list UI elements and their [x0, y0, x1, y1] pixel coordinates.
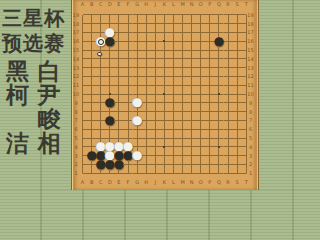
- board-cell-J14[interactable]: [151, 54, 160, 63]
- board-cell-M14[interactable]: [178, 54, 187, 63]
- board-cell-J15[interactable]: [151, 46, 160, 55]
- board-cell-G12[interactable]: [133, 72, 142, 81]
- board-cell-S10[interactable]: [233, 90, 242, 99]
- board-cell-P8[interactable]: [205, 107, 214, 116]
- board-cell-C2[interactable]: ●: [96, 160, 105, 169]
- board-cell-K5[interactable]: [160, 134, 169, 143]
- board-cell-Q19[interactable]: [214, 11, 223, 20]
- board-cell-N10[interactable]: [187, 90, 196, 99]
- board-cell-K7[interactable]: [160, 116, 169, 125]
- board-cell-J1[interactable]: [151, 169, 160, 178]
- board-cell-H3[interactable]: [142, 151, 151, 160]
- board-cell-R19[interactable]: [224, 11, 233, 20]
- board-cell-C10[interactable]: [96, 90, 105, 99]
- board-cell-O10[interactable]: [196, 90, 205, 99]
- board-cell-C9[interactable]: [96, 98, 105, 107]
- board-cell-F14[interactable]: [123, 54, 132, 63]
- board-cell-A12[interactable]: [78, 72, 87, 81]
- board-cell-C8[interactable]: [96, 107, 105, 116]
- board-cell-E1[interactable]: [114, 169, 123, 178]
- board-cell-A9[interactable]: [78, 98, 87, 107]
- board-cell-P16[interactable]: [205, 37, 214, 46]
- board-cell-O4[interactable]: [196, 142, 205, 151]
- board-cell-F8[interactable]: [123, 107, 132, 116]
- board-cell-Q4[interactable]: [214, 142, 223, 151]
- board-cell-P9[interactable]: [205, 98, 214, 107]
- board-cell-Q16[interactable]: ●: [214, 37, 223, 46]
- board-cell-T16[interactable]: [242, 37, 251, 46]
- board-cell-A15[interactable]: [78, 46, 87, 55]
- board-cell-N14[interactable]: [187, 54, 196, 63]
- board-cell-A7[interactable]: [78, 116, 87, 125]
- board-cell-B4[interactable]: [87, 142, 96, 151]
- board-cell-A19[interactable]: [78, 11, 87, 20]
- board-cell-M3[interactable]: [178, 151, 187, 160]
- board-cell-A13[interactable]: [78, 63, 87, 72]
- board-cell-P18[interactable]: [205, 19, 214, 28]
- board-cell-R12[interactable]: [224, 72, 233, 81]
- board-cell-L8[interactable]: [169, 107, 178, 116]
- board-cell-E3[interactable]: ●: [114, 151, 123, 160]
- board-cell-M16[interactable]: [178, 37, 187, 46]
- board-cell-H7[interactable]: [142, 116, 151, 125]
- board-cell-J19[interactable]: [151, 11, 160, 20]
- board-cell-D3[interactable]: ●: [105, 151, 114, 160]
- board-cell-O3[interactable]: [196, 151, 205, 160]
- board-cell-M19[interactable]: [178, 11, 187, 20]
- board-cell-Q15[interactable]: [214, 46, 223, 55]
- board-cell-P5[interactable]: [205, 134, 214, 143]
- board-cell-O6[interactable]: [196, 125, 205, 134]
- board-cell-F13[interactable]: [123, 63, 132, 72]
- board-cell-A2[interactable]: [78, 160, 87, 169]
- board-cell-Q10[interactable]: [214, 90, 223, 99]
- board-cell-C19[interactable]: [96, 11, 105, 20]
- board-cell-S9[interactable]: [233, 98, 242, 107]
- board-cell-R10[interactable]: [224, 90, 233, 99]
- board-cell-K15[interactable]: [160, 46, 169, 55]
- board-cell-B6[interactable]: [87, 125, 96, 134]
- board-cell-A18[interactable]: [78, 19, 87, 28]
- board-cell-Q6[interactable]: [214, 125, 223, 134]
- board-cell-Q2[interactable]: [214, 160, 223, 169]
- board-cell-H11[interactable]: [142, 81, 151, 90]
- board-cell-F4[interactable]: ●: [123, 142, 132, 151]
- board-cell-T9[interactable]: [242, 98, 251, 107]
- go-board[interactable]: ABCDEFGHJKLMNOPQRST ABCDEFGHJKLMNOPQRST …: [71, 0, 259, 190]
- board-cell-E11[interactable]: [114, 81, 123, 90]
- board-cell-C3[interactable]: ●: [96, 151, 105, 160]
- board-cell-O17[interactable]: [196, 28, 205, 37]
- board-cell-P7[interactable]: [205, 116, 214, 125]
- board-cell-T10[interactable]: [242, 90, 251, 99]
- board-cell-F16[interactable]: [123, 37, 132, 46]
- board-cell-D9[interactable]: ●: [105, 98, 114, 107]
- board-cell-O19[interactable]: [196, 11, 205, 20]
- board-cell-Q18[interactable]: [214, 19, 223, 28]
- board-cell-J5[interactable]: [151, 134, 160, 143]
- board-cell-S4[interactable]: [233, 142, 242, 151]
- board-cell-L18[interactable]: [169, 19, 178, 28]
- board-cell-N8[interactable]: [187, 107, 196, 116]
- board-cell-J10[interactable]: [151, 90, 160, 99]
- board-cell-G3[interactable]: ●: [133, 151, 142, 160]
- board-cell-B5[interactable]: [87, 134, 96, 143]
- board-cell-N4[interactable]: [187, 142, 196, 151]
- board-cell-M2[interactable]: [178, 160, 187, 169]
- board-cell-A14[interactable]: [78, 54, 87, 63]
- board-cell-Q12[interactable]: [214, 72, 223, 81]
- board-cell-L5[interactable]: [169, 134, 178, 143]
- board-cell-S18[interactable]: [233, 19, 242, 28]
- board-cell-E15[interactable]: [114, 46, 123, 55]
- board-cell-T14[interactable]: [242, 54, 251, 63]
- board-cell-J11[interactable]: [151, 81, 160, 90]
- board-cell-B11[interactable]: [87, 81, 96, 90]
- board-cell-P1[interactable]: [205, 169, 214, 178]
- board-cell-M10[interactable]: [178, 90, 187, 99]
- board-cell-Q13[interactable]: [214, 63, 223, 72]
- board-cell-E7[interactable]: [114, 116, 123, 125]
- board-cell-Q17[interactable]: [214, 28, 223, 37]
- board-cell-R9[interactable]: [224, 98, 233, 107]
- board-cell-T3[interactable]: [242, 151, 251, 160]
- board-cell-A8[interactable]: [78, 107, 87, 116]
- board-cell-E13[interactable]: [114, 63, 123, 72]
- board-cell-O12[interactable]: [196, 72, 205, 81]
- board-cell-L9[interactable]: [169, 98, 178, 107]
- board-cell-O1[interactable]: [196, 169, 205, 178]
- board-cell-R11[interactable]: [224, 81, 233, 90]
- board-cell-D7[interactable]: ●: [105, 116, 114, 125]
- board-cell-G6[interactable]: [133, 125, 142, 134]
- board-cell-S15[interactable]: [233, 46, 242, 55]
- board-cell-C18[interactable]: [96, 19, 105, 28]
- board-cell-A3[interactable]: [78, 151, 87, 160]
- board-cell-S11[interactable]: [233, 81, 242, 90]
- board-cell-R2[interactable]: [224, 160, 233, 169]
- board-cell-A11[interactable]: [78, 81, 87, 90]
- board-cell-G16[interactable]: [133, 37, 142, 46]
- board-cell-E5[interactable]: [114, 134, 123, 143]
- board-cell-F19[interactable]: [123, 11, 132, 20]
- board-cell-T8[interactable]: [242, 107, 251, 116]
- board-cell-S8[interactable]: [233, 107, 242, 116]
- board-cell-S16[interactable]: [233, 37, 242, 46]
- board-cell-G10[interactable]: [133, 90, 142, 99]
- board-cell-D13[interactable]: [105, 63, 114, 72]
- board-cell-B1[interactable]: [87, 169, 96, 178]
- board-cell-E14[interactable]: [114, 54, 123, 63]
- board-cell-P2[interactable]: [205, 160, 214, 169]
- board-cell-N3[interactable]: [187, 151, 196, 160]
- board-cell-P19[interactable]: [205, 11, 214, 20]
- board-cell-N5[interactable]: [187, 134, 196, 143]
- board-cell-O16[interactable]: [196, 37, 205, 46]
- board-cell-H6[interactable]: [142, 125, 151, 134]
- board-cell-H13[interactable]: [142, 63, 151, 72]
- board-cell-H19[interactable]: [142, 11, 151, 20]
- board-cell-K10[interactable]: [160, 90, 169, 99]
- board-cell-T18[interactable]: [242, 19, 251, 28]
- board-cell-P3[interactable]: [205, 151, 214, 160]
- board-cell-N7[interactable]: [187, 116, 196, 125]
- board-cell-C1[interactable]: [96, 169, 105, 178]
- board-cell-N2[interactable]: [187, 160, 196, 169]
- board-cell-B16[interactable]: [87, 37, 96, 46]
- board-cell-O8[interactable]: [196, 107, 205, 116]
- board-cell-O9[interactable]: [196, 98, 205, 107]
- board-cell-K1[interactable]: [160, 169, 169, 178]
- board-cell-L13[interactable]: [169, 63, 178, 72]
- board-cell-S5[interactable]: [233, 134, 242, 143]
- board-cell-Q14[interactable]: [214, 54, 223, 63]
- board-cell-C11[interactable]: [96, 81, 105, 90]
- board-cell-F2[interactable]: [123, 160, 132, 169]
- board-cell-C7[interactable]: [96, 116, 105, 125]
- board-cell-M18[interactable]: [178, 19, 187, 28]
- board-cell-B18[interactable]: [87, 19, 96, 28]
- board-cell-S12[interactable]: [233, 72, 242, 81]
- board-cell-P10[interactable]: [205, 90, 214, 99]
- board-cell-E4[interactable]: ●: [114, 142, 123, 151]
- board-cell-L3[interactable]: [169, 151, 178, 160]
- board-cell-L17[interactable]: [169, 28, 178, 37]
- board-cell-N18[interactable]: [187, 19, 196, 28]
- board-cell-B15[interactable]: [87, 46, 96, 55]
- board-cell-B12[interactable]: [87, 72, 96, 81]
- board-cell-K12[interactable]: [160, 72, 169, 81]
- board-cell-G15[interactable]: [133, 46, 142, 55]
- board-cell-B14[interactable]: [87, 54, 96, 63]
- board-cell-R5[interactable]: [224, 134, 233, 143]
- board-cell-J13[interactable]: [151, 63, 160, 72]
- board-cell-D15[interactable]: [105, 46, 114, 55]
- board-cell-S19[interactable]: [233, 11, 242, 20]
- board-cell-S6[interactable]: [233, 125, 242, 134]
- board-cell-E10[interactable]: [114, 90, 123, 99]
- board-cell-S1[interactable]: [233, 169, 242, 178]
- board-cell-E19[interactable]: [114, 11, 123, 20]
- board-cell-D14[interactable]: [105, 54, 114, 63]
- board-cell-G19[interactable]: [133, 11, 142, 20]
- board-cell-L4[interactable]: [169, 142, 178, 151]
- board-cell-B13[interactable]: [87, 63, 96, 72]
- board-cell-A10[interactable]: [78, 90, 87, 99]
- board-cell-G14[interactable]: [133, 54, 142, 63]
- board-cell-O7[interactable]: [196, 116, 205, 125]
- board-cell-C12[interactable]: [96, 72, 105, 81]
- board-cell-T4[interactable]: [242, 142, 251, 151]
- board-cell-H1[interactable]: [142, 169, 151, 178]
- board-cell-T2[interactable]: [242, 160, 251, 169]
- board-cell-A5[interactable]: [78, 134, 87, 143]
- board-cell-T5[interactable]: [242, 134, 251, 143]
- board-cell-J12[interactable]: [151, 72, 160, 81]
- board-cell-R6[interactable]: [224, 125, 233, 134]
- board-cell-G5[interactable]: [133, 134, 142, 143]
- board-cell-F7[interactable]: [123, 116, 132, 125]
- board-cell-L1[interactable]: [169, 169, 178, 178]
- board-cell-F1[interactable]: [123, 169, 132, 178]
- board-cell-J8[interactable]: [151, 107, 160, 116]
- board-cell-K14[interactable]: [160, 54, 169, 63]
- board-cell-H16[interactable]: [142, 37, 151, 46]
- board-cell-G4[interactable]: [133, 142, 142, 151]
- board-cell-G8[interactable]: [133, 107, 142, 116]
- board-cell-T15[interactable]: [242, 46, 251, 55]
- board-cell-E6[interactable]: [114, 125, 123, 134]
- board-cell-K11[interactable]: [160, 81, 169, 90]
- board-cell-H2[interactable]: [142, 160, 151, 169]
- board-cell-H4[interactable]: [142, 142, 151, 151]
- board-cell-J17[interactable]: [151, 28, 160, 37]
- board-cell-D18[interactable]: [105, 19, 114, 28]
- board-cell-L2[interactable]: [169, 160, 178, 169]
- board-cell-G11[interactable]: [133, 81, 142, 90]
- board-cell-B8[interactable]: [87, 107, 96, 116]
- board-cell-P15[interactable]: [205, 46, 214, 55]
- board-cell-B9[interactable]: [87, 98, 96, 107]
- board-cell-K18[interactable]: [160, 19, 169, 28]
- board-cell-O18[interactable]: [196, 19, 205, 28]
- board-cell-L11[interactable]: [169, 81, 178, 90]
- board-cell-N6[interactable]: [187, 125, 196, 134]
- board-cell-R18[interactable]: [224, 19, 233, 28]
- board-cell-E12[interactable]: [114, 72, 123, 81]
- board-cell-H14[interactable]: [142, 54, 151, 63]
- board-cell-O2[interactable]: [196, 160, 205, 169]
- board-cell-J18[interactable]: [151, 19, 160, 28]
- board-cell-B17[interactable]: [87, 28, 96, 37]
- board-cell-G1[interactable]: [133, 169, 142, 178]
- board-cell-S17[interactable]: [233, 28, 242, 37]
- board-cell-R13[interactable]: [224, 63, 233, 72]
- board-cell-M1[interactable]: [178, 169, 187, 178]
- board-cell-J6[interactable]: [151, 125, 160, 134]
- board-cell-T19[interactable]: [242, 11, 251, 20]
- board-cell-M6[interactable]: [178, 125, 187, 134]
- board-cell-F18[interactable]: [123, 19, 132, 28]
- board-cell-O15[interactable]: [196, 46, 205, 55]
- board-cell-H18[interactable]: [142, 19, 151, 28]
- board-cell-O14[interactable]: [196, 54, 205, 63]
- board-cell-H5[interactable]: [142, 134, 151, 143]
- board-cell-B3[interactable]: ●: [87, 151, 96, 160]
- board-cell-E8[interactable]: [114, 107, 123, 116]
- board-cell-R8[interactable]: [224, 107, 233, 116]
- board-cell-D17[interactable]: ●: [105, 28, 114, 37]
- board-cell-G13[interactable]: [133, 63, 142, 72]
- board-cell-D1[interactable]: [105, 169, 114, 178]
- board-cell-S3[interactable]: [233, 151, 242, 160]
- board-cell-R3[interactable]: [224, 151, 233, 160]
- board-cell-G17[interactable]: [133, 28, 142, 37]
- board-cell-N1[interactable]: [187, 169, 196, 178]
- board-cell-D2[interactable]: ●: [105, 160, 114, 169]
- board-cell-J9[interactable]: [151, 98, 160, 107]
- board-cell-P11[interactable]: [205, 81, 214, 90]
- board-cell-T12[interactable]: [242, 72, 251, 81]
- board-cell-P4[interactable]: [205, 142, 214, 151]
- board-cell-L15[interactable]: [169, 46, 178, 55]
- board-cell-D8[interactable]: [105, 107, 114, 116]
- board-cell-L16[interactable]: [169, 37, 178, 46]
- board-cell-E2[interactable]: ●: [114, 160, 123, 169]
- board-cell-B7[interactable]: [87, 116, 96, 125]
- board-cell-D6[interactable]: [105, 125, 114, 134]
- board-cell-L12[interactable]: [169, 72, 178, 81]
- board-cell-C4[interactable]: ●: [96, 142, 105, 151]
- board-cell-D16[interactable]: ●: [105, 37, 114, 46]
- board-cell-J2[interactable]: [151, 160, 160, 169]
- board-cell-A1[interactable]: [78, 169, 87, 178]
- board-cell-R16[interactable]: [224, 37, 233, 46]
- board-cell-Q8[interactable]: [214, 107, 223, 116]
- board-cell-J3[interactable]: [151, 151, 160, 160]
- board-cell-T13[interactable]: [242, 63, 251, 72]
- board-cell-E9[interactable]: [114, 98, 123, 107]
- board-cell-A16[interactable]: [78, 37, 87, 46]
- board-cell-S2[interactable]: [233, 160, 242, 169]
- board-cell-N12[interactable]: [187, 72, 196, 81]
- board-cell-P17[interactable]: [205, 28, 214, 37]
- board-cell-C16[interactable]: ●: [96, 37, 105, 46]
- board-cell-M15[interactable]: [178, 46, 187, 55]
- board-cell-H17[interactable]: [142, 28, 151, 37]
- board-cell-D10[interactable]: [105, 90, 114, 99]
- board-cell-K8[interactable]: [160, 107, 169, 116]
- board-cell-K19[interactable]: [160, 11, 169, 20]
- board-cell-A17[interactable]: [78, 28, 87, 37]
- board-cell-J4[interactable]: [151, 142, 160, 151]
- board-cell-N13[interactable]: [187, 63, 196, 72]
- board-cell-Q11[interactable]: [214, 81, 223, 90]
- board-cell-N15[interactable]: [187, 46, 196, 55]
- board-cell-K17[interactable]: [160, 28, 169, 37]
- board-cell-Q5[interactable]: [214, 134, 223, 143]
- board-cell-M12[interactable]: [178, 72, 187, 81]
- board-cell-L6[interactable]: [169, 125, 178, 134]
- board-cell-P6[interactable]: [205, 125, 214, 134]
- board-cell-F9[interactable]: [123, 98, 132, 107]
- board-cell-M9[interactable]: [178, 98, 187, 107]
- board-cell-F11[interactable]: [123, 81, 132, 90]
- board-cell-A4[interactable]: [78, 142, 87, 151]
- board-cell-K4[interactable]: [160, 142, 169, 151]
- board-cell-O13[interactable]: [196, 63, 205, 72]
- board-cell-S13[interactable]: [233, 63, 242, 72]
- board-cell-H15[interactable]: [142, 46, 151, 55]
- board-cell-M7[interactable]: [178, 116, 187, 125]
- board-cell-C13[interactable]: [96, 63, 105, 72]
- board-cell-H12[interactable]: [142, 72, 151, 81]
- board-cell-N9[interactable]: [187, 98, 196, 107]
- board-cell-D5[interactable]: [105, 134, 114, 143]
- board-cell-Q7[interactable]: [214, 116, 223, 125]
- board-cell-M4[interactable]: [178, 142, 187, 151]
- board-cell-J7[interactable]: [151, 116, 160, 125]
- board-cell-P12[interactable]: [205, 72, 214, 81]
- board-cell-F3[interactable]: ●: [123, 151, 132, 160]
- board-cell-R17[interactable]: [224, 28, 233, 37]
- board-cell-E17[interactable]: [114, 28, 123, 37]
- board-cell-T17[interactable]: [242, 28, 251, 37]
- board-cell-M17[interactable]: [178, 28, 187, 37]
- board-cell-D12[interactable]: [105, 72, 114, 81]
- board-cell-K13[interactable]: [160, 63, 169, 72]
- board-cell-Q1[interactable]: [214, 169, 223, 178]
